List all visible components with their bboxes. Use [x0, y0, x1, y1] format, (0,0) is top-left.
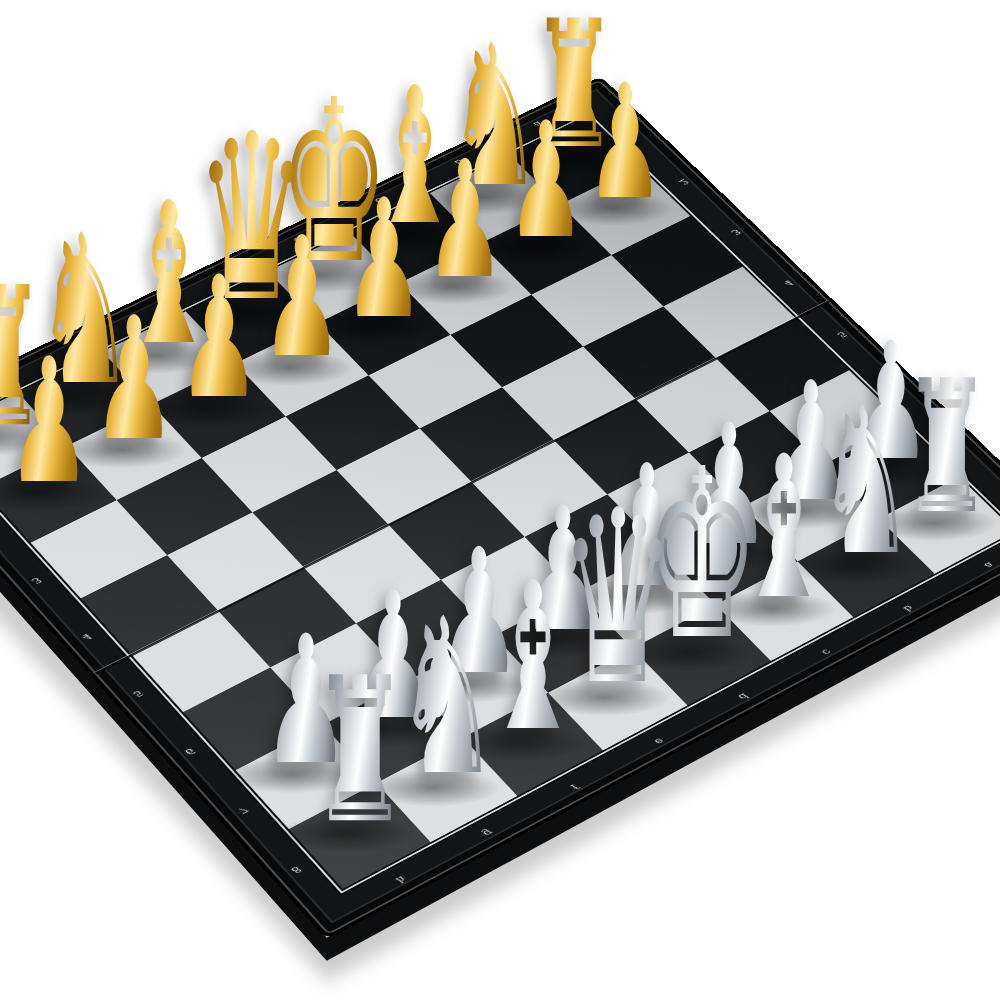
piece-gold-pawn-a2[interactable]: ♟ — [586, 64, 664, 222]
rank-label-2-upper-edge: 2 — [676, 177, 689, 187]
piece-gold-pawn-h2[interactable]: ♟ — [7, 335, 92, 507]
stage: aabbccddeeffgghh1122334455667788 ♜♞♝♚♛♝♞… — [0, 0, 1000, 1000]
piece-gold-pawn-b2[interactable]: ♟ — [506, 102, 585, 262]
file-label-b-silver-edge: b — [900, 603, 914, 614]
rank-label-3-lower-edge: 3 — [29, 575, 42, 586]
piece-silver-knight-g8[interactable]: ♞ — [394, 591, 500, 807]
rank-label-5-lower-edge: 5 — [130, 688, 144, 699]
rank-label-5-upper-edge: 5 — [834, 330, 847, 340]
rank-label-6-lower-edge: 6 — [182, 746, 196, 757]
file-label-c-silver-edge: c — [819, 647, 832, 658]
file-label-h-silver-edge: h — [392, 874, 406, 886]
file-label-a-silver-edge: a — [981, 560, 994, 571]
piece-gold-pawn-g2[interactable]: ♟ — [92, 295, 176, 465]
file-label-g-silver-edge: g — [480, 827, 494, 839]
piece-silver-rook-h8[interactable]: ♜ — [311, 651, 409, 851]
piece-gold-pawn-c2[interactable]: ♟ — [426, 139, 506, 301]
rank-label-4-upper-edge: 4 — [781, 278, 794, 288]
rank-label-4-lower-edge: 4 — [79, 631, 93, 642]
piece-gold-pawn-f2[interactable]: ♟ — [177, 255, 260, 423]
piece-gold-pawn-e2[interactable]: ♟ — [261, 216, 343, 382]
piece-gold-pawn-d2[interactable]: ♟ — [344, 178, 425, 342]
file-label-f-silver-edge: f — [567, 782, 578, 792]
rank-label-8-lower-edge: 8 — [288, 864, 302, 876]
file-label-d-silver-edge: d — [735, 691, 749, 702]
rank-label-7-lower-edge: 7 — [235, 805, 249, 817]
rank-label-3-upper-edge: 3 — [728, 227, 741, 237]
file-label-e-silver-edge: e — [652, 736, 666, 747]
